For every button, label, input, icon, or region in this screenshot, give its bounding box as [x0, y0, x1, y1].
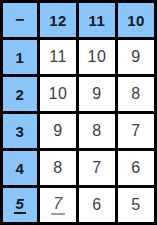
cell-value: 8 — [53, 159, 62, 177]
row-header-label: 4 — [16, 160, 25, 177]
cell-r1-c11: 10 — [79, 40, 115, 74]
cell-value: 9 — [131, 48, 140, 66]
cell-r1-c12: 11 — [40, 40, 76, 74]
cell-r3-c12: 9 — [40, 114, 76, 148]
cell-r5-c12-answer: 7 — [40, 188, 76, 222]
cell-r3-c11: 8 — [79, 114, 115, 148]
answer-value: 7 — [51, 196, 64, 215]
cell-value: 6 — [92, 196, 101, 214]
cell-value: 11 — [49, 48, 67, 66]
row-header-5-highlighted: 5 — [3, 188, 37, 222]
cell-value: 9 — [92, 85, 101, 103]
cell-r4-c10: 6 — [118, 151, 154, 185]
cell-value: 9 — [53, 122, 62, 140]
subtraction-table: − 12 11 10 1 11 10 9 2 10 9 8 3 9 8 7 — [0, 0, 157, 225]
cell-r5-c10: 5 — [118, 188, 154, 222]
cell-value: 5 — [131, 196, 140, 214]
col-header-11: 11 — [79, 3, 115, 37]
row-header-2: 2 — [3, 77, 37, 111]
cell-r4-c11: 7 — [79, 151, 115, 185]
cell-value: 6 — [131, 159, 140, 177]
cell-r2-c10: 8 — [118, 77, 154, 111]
row-header-label: 1 — [16, 49, 25, 66]
row-header-label: 5 — [14, 196, 27, 214]
cell-r1-c10: 9 — [118, 40, 154, 74]
col-header-12: 12 — [40, 3, 76, 37]
cell-value: 10 — [49, 85, 68, 103]
cell-r2-c11: 9 — [79, 77, 115, 111]
cell-r2-c12: 10 — [40, 77, 76, 111]
cell-r5-c11: 6 — [79, 188, 115, 222]
col-header-label: 11 — [89, 12, 106, 29]
row-header-label: 2 — [16, 86, 25, 103]
row-header-label: 3 — [16, 123, 25, 140]
minus-operator: − — [15, 11, 25, 29]
col-header-label: 10 — [127, 12, 145, 29]
cell-value: 7 — [131, 122, 140, 140]
cell-value: 8 — [92, 122, 101, 140]
cell-value: 8 — [131, 85, 140, 103]
row-header-4: 4 — [3, 151, 37, 185]
operator-cell: − — [3, 3, 37, 37]
row-header-1: 1 — [3, 40, 37, 74]
cell-r4-c12: 8 — [40, 151, 76, 185]
col-header-10: 10 — [118, 3, 154, 37]
row-header-3: 3 — [3, 114, 37, 148]
cell-value: 7 — [92, 159, 101, 177]
col-header-label: 12 — [49, 12, 67, 29]
cell-value: 10 — [88, 48, 107, 66]
cell-r3-c10: 7 — [118, 114, 154, 148]
